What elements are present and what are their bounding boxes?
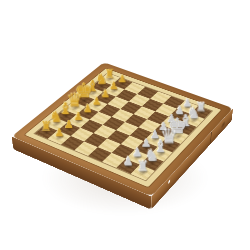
piece-silver-pawn[interactable]: ♟ [123, 155, 134, 167]
piece-gold-rook[interactable]: ♜ [40, 120, 52, 133]
piece-gold-pawn[interactable]: ♟ [64, 119, 74, 130]
chess-set-scene: ♜♞♝♛♚♝♞♜♟♟♟♟♟♟♟♟♟♟♟♟♟♟♟♟♜♞♝♛♚♝♞♜ [0, 0, 250, 250]
piece-gold-pawn[interactable]: ♟ [83, 103, 93, 114]
piece-silver-pawn[interactable]: ♟ [132, 146, 142, 158]
finger-notch [221, 120, 226, 129]
piece-gold-pawn[interactable]: ♟ [92, 96, 102, 107]
piece-gold-pawn[interactable]: ♟ [74, 111, 84, 122]
piece-gold-pawn[interactable]: ♟ [118, 74, 127, 84]
box-seam-line [210, 131, 212, 145]
piece-gold-pawn[interactable]: ♟ [101, 88, 110, 99]
reflection-dot [168, 179, 170, 183]
piece-gold-pawn[interactable]: ♟ [54, 127, 64, 138]
piece-silver-rook[interactable]: ♜ [137, 159, 150, 173]
piece-gold-pawn[interactable]: ♟ [109, 81, 118, 91]
